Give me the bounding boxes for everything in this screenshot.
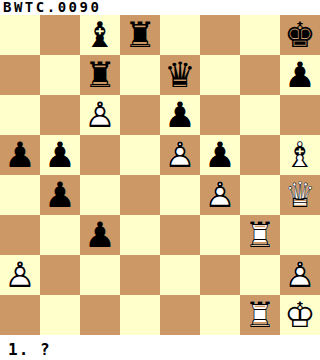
square-g1: ♜♖ [240,295,280,335]
square-a4 [0,175,40,215]
white-pawn: ♟♙ [280,255,320,295]
square-e5: ♟♙ [160,135,200,175]
piece-glyph: ♝ [80,15,120,55]
square-e6: ♟ [160,95,200,135]
square-c2 [80,255,120,295]
square-e1 [160,295,200,335]
square-e4 [160,175,200,215]
piece-glyph: ♟ [280,55,320,95]
piece-outline: ♕ [280,175,320,215]
square-g2 [240,255,280,295]
square-c5 [80,135,120,175]
square-h1: ♚♔ [280,295,320,335]
black-rook: ♜ [80,55,120,95]
square-f6 [200,95,240,135]
piece-outline: ♙ [200,175,240,215]
piece-outline: ♙ [80,95,120,135]
square-c4 [80,175,120,215]
black-pawn: ♟ [200,135,240,175]
square-b8 [40,15,80,55]
black-bishop: ♝ [80,15,120,55]
square-h6 [280,95,320,135]
square-f5: ♟ [200,135,240,175]
square-a2: ♟♙ [0,255,40,295]
piece-glyph: ♜ [120,15,160,55]
square-d8: ♜ [120,15,160,55]
square-c8: ♝ [80,15,120,55]
square-h8: ♚ [280,15,320,55]
piece-glyph: ♟ [160,95,200,135]
square-g6 [240,95,280,135]
white-pawn: ♟♙ [80,95,120,135]
black-pawn: ♟ [280,55,320,95]
piece-outline: ♙ [280,255,320,295]
piece-glyph: ♚ [280,15,320,55]
piece-glyph: ♟ [0,135,40,175]
square-h4: ♛♕ [280,175,320,215]
white-pawn: ♟♙ [160,135,200,175]
white-bishop: ♝♗ [280,135,320,175]
black-queen: ♛ [160,55,200,95]
square-a5: ♟ [0,135,40,175]
square-b3 [40,215,80,255]
square-c7: ♜ [80,55,120,95]
piece-glyph: ♟ [200,135,240,175]
square-d1 [120,295,160,335]
square-d6 [120,95,160,135]
piece-glyph: ♜ [80,55,120,95]
white-pawn: ♟♙ [200,175,240,215]
black-pawn: ♟ [40,135,80,175]
square-d4 [120,175,160,215]
square-d7 [120,55,160,95]
piece-outline: ♗ [280,135,320,175]
black-rook: ♜ [120,15,160,55]
square-f1 [200,295,240,335]
square-g3: ♜♖ [240,215,280,255]
move-prompt: 1. ? [0,335,320,359]
square-b6 [40,95,80,135]
square-g7 [240,55,280,95]
square-g8 [240,15,280,55]
square-a3 [0,215,40,255]
white-rook: ♜♖ [240,295,280,335]
piece-glyph: ♟ [40,175,80,215]
square-h2: ♟♙ [280,255,320,295]
square-b2 [40,255,80,295]
piece-glyph: ♛ [160,55,200,95]
square-a6 [0,95,40,135]
square-h7: ♟ [280,55,320,95]
black-pawn: ♟ [40,175,80,215]
square-c1 [80,295,120,335]
piece-outline: ♙ [160,135,200,175]
white-pawn: ♟♙ [0,255,40,295]
square-f4: ♟♙ [200,175,240,215]
piece-outline: ♔ [280,295,320,335]
square-b5: ♟ [40,135,80,175]
square-g5 [240,135,280,175]
square-c6: ♟♙ [80,95,120,135]
square-c3: ♟ [80,215,120,255]
square-b1 [40,295,80,335]
square-f7 [200,55,240,95]
piece-glyph: ♟ [80,215,120,255]
square-d2 [120,255,160,295]
square-f8 [200,15,240,55]
square-a1 [0,295,40,335]
white-rook: ♜♖ [240,215,280,255]
black-pawn: ♟ [160,95,200,135]
chess-board: ♝♜♚♜♛♟♟♙♟♟♟♟♙♟♝♗♟♟♙♛♕♟♜♖♟♙♟♙♜♖♚♔ [0,15,320,335]
white-king: ♚♔ [280,295,320,335]
white-queen: ♛♕ [280,175,320,215]
piece-glyph: ♟ [40,135,80,175]
square-g4 [240,175,280,215]
square-a8 [0,15,40,55]
square-b4: ♟ [40,175,80,215]
square-d5 [120,135,160,175]
diagram-title: BWTC.0090 [0,0,320,15]
square-h5: ♝♗ [280,135,320,175]
piece-outline: ♖ [240,215,280,255]
square-h3 [280,215,320,255]
square-a7 [0,55,40,95]
black-pawn: ♟ [0,135,40,175]
piece-outline: ♖ [240,295,280,335]
square-e7: ♛ [160,55,200,95]
piece-outline: ♙ [0,255,40,295]
square-f2 [200,255,240,295]
square-d3 [120,215,160,255]
square-f3 [200,215,240,255]
square-b7 [40,55,80,95]
black-pawn: ♟ [80,215,120,255]
black-king: ♚ [280,15,320,55]
square-e8 [160,15,200,55]
square-e3 [160,215,200,255]
square-e2 [160,255,200,295]
